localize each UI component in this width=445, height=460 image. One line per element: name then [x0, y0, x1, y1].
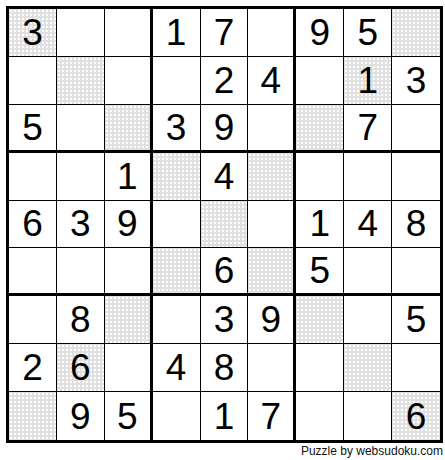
cell-r1c8-given: 5 [344, 9, 392, 57]
cell-r1c1-given: 3 [9, 9, 57, 57]
cell-r2c3-empty[interactable] [105, 57, 153, 105]
cell-r9c7-empty[interactable] [296, 392, 344, 440]
cell-r9c3-given: 5 [105, 392, 153, 440]
cell-r7c5-given: 3 [201, 296, 249, 344]
cell-r9c8-empty[interactable] [344, 392, 392, 440]
cell-r5c8-given: 4 [344, 201, 392, 249]
cell-r8c6-empty[interactable] [248, 344, 296, 392]
cell-r4c4-empty[interactable] [153, 153, 201, 201]
cell-r2c1-empty[interactable] [9, 57, 57, 105]
cell-r6c1-empty[interactable] [9, 248, 57, 296]
cell-r9c1-empty[interactable] [9, 392, 57, 440]
cell-r6c5-given: 6 [201, 248, 249, 296]
cell-r3c8-given: 7 [344, 105, 392, 153]
cell-r6c8-empty[interactable] [344, 248, 392, 296]
cell-r3c7-empty[interactable] [296, 105, 344, 153]
cell-r4c1-empty[interactable] [9, 153, 57, 201]
cell-r7c7-empty[interactable] [296, 296, 344, 344]
sudoku-board: 317952413539714639148658395264895176 [6, 6, 443, 443]
cell-r7c6-given: 9 [248, 296, 296, 344]
cell-r5c9-given: 8 [392, 201, 440, 249]
cell-r4c6-empty[interactable] [248, 153, 296, 201]
cell-r6c9-empty[interactable] [392, 248, 440, 296]
cell-r5c7-given: 1 [296, 201, 344, 249]
cell-r3c5-given: 9 [201, 105, 249, 153]
cell-r5c1-given: 6 [9, 201, 57, 249]
cell-r1c2-empty[interactable] [57, 9, 105, 57]
cell-r8c9-empty[interactable] [392, 344, 440, 392]
cell-r2c6-given: 4 [248, 57, 296, 105]
cell-r3c3-empty[interactable] [105, 105, 153, 153]
cell-r8c1-given: 2 [9, 344, 57, 392]
cell-r9c9-given: 6 [392, 392, 440, 440]
cell-r9c2-given: 9 [57, 392, 105, 440]
cell-r8c5-given: 8 [201, 344, 249, 392]
cell-r7c2-given: 8 [57, 296, 105, 344]
cell-r6c7-given: 5 [296, 248, 344, 296]
cell-r7c4-empty[interactable] [153, 296, 201, 344]
cell-r7c9-given: 5 [392, 296, 440, 344]
cell-r4c9-empty[interactable] [392, 153, 440, 201]
cell-r2c8-given: 1 [344, 57, 392, 105]
cell-r6c3-empty[interactable] [105, 248, 153, 296]
cell-r2c5-given: 2 [201, 57, 249, 105]
cell-r2c4-empty[interactable] [153, 57, 201, 105]
cell-r1c7-given: 9 [296, 9, 344, 57]
cell-r3c4-given: 3 [153, 105, 201, 153]
cell-r8c8-empty[interactable] [344, 344, 392, 392]
cell-r6c2-empty[interactable] [57, 248, 105, 296]
cell-r5c5-empty[interactable] [201, 201, 249, 249]
cell-r1c9-empty[interactable] [392, 9, 440, 57]
cell-r5c3-given: 9 [105, 201, 153, 249]
cell-r3c2-empty[interactable] [57, 105, 105, 153]
cell-r8c2-given: 6 [57, 344, 105, 392]
cell-r4c7-empty[interactable] [296, 153, 344, 201]
cell-r2c2-empty[interactable] [57, 57, 105, 105]
cell-r1c6-empty[interactable] [248, 9, 296, 57]
cell-r3c6-empty[interactable] [248, 105, 296, 153]
cell-r3c9-empty[interactable] [392, 105, 440, 153]
cell-r9c4-empty[interactable] [153, 392, 201, 440]
cell-r7c1-empty[interactable] [9, 296, 57, 344]
cell-r8c4-given: 4 [153, 344, 201, 392]
cell-r4c8-empty[interactable] [344, 153, 392, 201]
cell-r8c3-empty[interactable] [105, 344, 153, 392]
cell-r1c3-empty[interactable] [105, 9, 153, 57]
cell-r5c2-given: 3 [57, 201, 105, 249]
cell-r9c6-given: 7 [248, 392, 296, 440]
cell-r2c9-given: 3 [392, 57, 440, 105]
cell-r8c7-empty[interactable] [296, 344, 344, 392]
cell-r2c7-empty[interactable] [296, 57, 344, 105]
cell-r3c1-given: 5 [9, 105, 57, 153]
cell-r1c4-given: 1 [153, 9, 201, 57]
cell-r6c6-empty[interactable] [248, 248, 296, 296]
cell-r4c3-given: 1 [105, 153, 153, 201]
cell-r4c2-empty[interactable] [57, 153, 105, 201]
cell-r5c6-empty[interactable] [248, 201, 296, 249]
cell-r7c8-empty[interactable] [344, 296, 392, 344]
cell-r1c5-given: 7 [201, 9, 249, 57]
cell-r6c4-empty[interactable] [153, 248, 201, 296]
puzzle-credit: Puzzle by websudoku.com [301, 444, 443, 458]
cell-r7c3-empty[interactable] [105, 296, 153, 344]
cell-r9c5-given: 1 [201, 392, 249, 440]
cell-r5c4-empty[interactable] [153, 201, 201, 249]
cell-r4c5-given: 4 [201, 153, 249, 201]
